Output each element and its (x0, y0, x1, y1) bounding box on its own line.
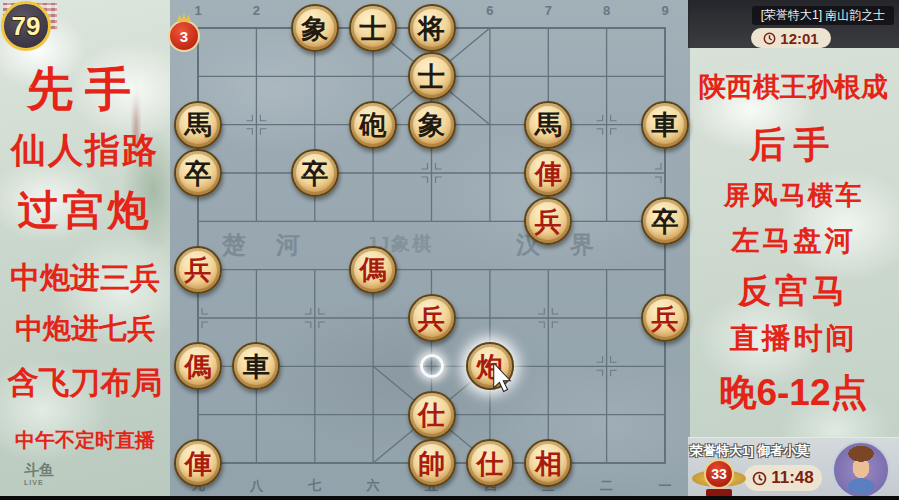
left-panel-line: 含飞刀布局 (0, 367, 170, 398)
piece-red-pawn[interactable]: 兵 (174, 246, 222, 294)
platform-watermark: 斗鱼 LIVE (24, 462, 54, 486)
file-label-bottom: 七 (305, 477, 325, 495)
piece-red-advisor[interactable]: 仕 (466, 439, 514, 487)
piece-black-horse[interactable]: 馬 (174, 101, 222, 149)
file-label-top: 2 (246, 3, 266, 18)
file-label-bottom: 一 (655, 477, 675, 495)
left-panel-line: 中炮进七兵 (0, 315, 170, 343)
piece-black-chariot[interactable]: 車 (641, 101, 689, 149)
piece-black-pawn[interactable]: 卒 (174, 149, 222, 197)
bottom-player-avatar[interactable] (832, 441, 890, 499)
xiangqi-board[interactable]: 楚河 汉界 JJ象棋 123456789九八七六五四三二一 象士将士馬砲象馬車卒… (170, 0, 690, 500)
piece-red-king[interactable]: 帥 (408, 439, 456, 487)
left-panel-line: 仙人指路 (0, 132, 170, 167)
piece-red-pawn[interactable]: 兵 (641, 294, 689, 342)
right-panel-line: 反宫马 (688, 274, 899, 307)
piece-red-horse[interactable]: 傌 (349, 246, 397, 294)
piece-red-elephant[interactable]: 相 (524, 439, 572, 487)
file-label-top: 1 (188, 3, 208, 18)
piece-red-pawn[interactable]: 兵 (408, 294, 456, 342)
clock-icon (763, 32, 776, 45)
file-label-bottom: 八 (246, 477, 266, 495)
bottom-player-clock: 11:48 (744, 465, 822, 491)
piece-red-chariot[interactable]: 俥 (524, 149, 572, 197)
bottom-player-level: 33 (711, 466, 727, 482)
piece-black-cannon[interactable]: 砲 (349, 101, 397, 149)
piece-black-pawn[interactable]: 卒 (291, 149, 339, 197)
top-player-bar: [荣誉特大1] 南山韵之士 12:01 (688, 0, 899, 48)
streak-badge[interactable]: 3 (168, 20, 200, 52)
platform-watermark-text: 斗鱼 (24, 461, 54, 478)
piece-red-horse[interactable]: 傌 (174, 342, 222, 390)
file-label-top: 8 (597, 3, 617, 18)
top-player-level: 79 (12, 11, 41, 42)
right-panel-line: 陕西棋王孙根成 (688, 74, 899, 101)
bottom-player-level-badge[interactable]: 33 (692, 457, 746, 499)
bottom-edge-bar (0, 496, 899, 500)
piece-black-advisor[interactable]: 士 (349, 4, 397, 52)
file-label-top: 9 (655, 3, 675, 18)
platform-watermark-subtext: LIVE (24, 479, 54, 487)
top-player-name: [荣誉特大1] 南山韵之士 (752, 6, 894, 25)
piece-black-king[interactable]: 将 (408, 4, 456, 52)
last-move-marker (420, 354, 444, 378)
bottom-clock-time: 11:48 (771, 468, 814, 488)
file-label-bottom: 六 (363, 477, 383, 495)
right-panel-line: 屏风马横车 (688, 182, 899, 208)
piece-black-elephant[interactable]: 象 (408, 101, 456, 149)
river-label-left: 楚河 (222, 229, 330, 261)
top-player-clock: 12:01 (751, 28, 831, 48)
left-panel-line: 先手 (0, 66, 170, 112)
right-panel-line: 左马盘河 (688, 227, 899, 255)
clock-icon (752, 471, 767, 486)
piece-black-elephant[interactable]: 象 (291, 4, 339, 52)
mouse-cursor (492, 363, 512, 393)
right-commentary-panel: 陕西棋王孙根成 后手 屏风马横车 左马盘河 反宫马 直播时间 晚6-12点 (688, 0, 899, 500)
top-player-level-badge[interactable]: 79 (1, 1, 51, 51)
right-panel-line: 后手 (688, 127, 899, 163)
bottom-player-bar: 荣誉特大1] 御者小莫 33 11:48 (688, 437, 899, 500)
file-label-top: 7 (538, 3, 558, 18)
right-panel-line: 晚6-12点 (688, 374, 899, 411)
piece-red-chariot[interactable]: 俥 (174, 439, 222, 487)
piece-black-pawn[interactable]: 卒 (641, 197, 689, 245)
streak-count: 3 (180, 28, 188, 45)
top-clock-time: 12:01 (780, 30, 818, 47)
piece-red-advisor[interactable]: 仕 (408, 391, 456, 439)
left-panel-line: 过宫炮 (0, 190, 170, 231)
right-panel-line: 直播时间 (688, 324, 899, 353)
piece-black-horse[interactable]: 馬 (524, 101, 572, 149)
left-commentary-panel: 先手 仙人指路 过宫炮 中炮进三兵 中炮进七兵 含飞刀布局 中午不定时直播 (0, 0, 170, 500)
left-panel-line: 中炮进三兵 (0, 263, 170, 293)
file-label-bottom: 二 (597, 477, 617, 495)
file-label-top: 6 (480, 3, 500, 18)
piece-black-advisor[interactable]: 士 (408, 52, 456, 100)
left-panel-line: 中午不定时直播 (0, 430, 170, 450)
